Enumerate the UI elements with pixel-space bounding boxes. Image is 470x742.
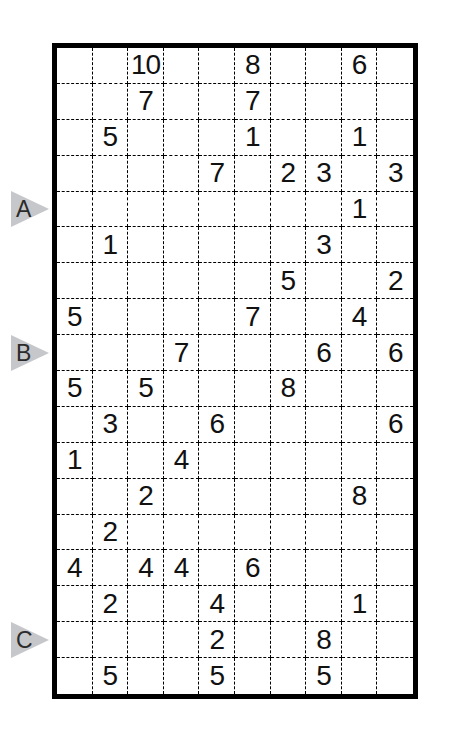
cell-r13c4[interactable] xyxy=(164,479,200,515)
cell-r13c7[interactable] xyxy=(271,479,307,515)
cell-r9c10[interactable]: 6 xyxy=(377,335,413,371)
cell-r13c5[interactable] xyxy=(199,479,235,515)
cell-r16c5[interactable]: 4 xyxy=(199,586,235,622)
cell-r12c6[interactable] xyxy=(235,443,271,479)
cell-r18c1[interactable] xyxy=(57,658,93,694)
cell-r9c8[interactable]: 6 xyxy=(306,335,342,371)
cell-r13c3[interactable]: 2 xyxy=(128,479,164,515)
cell-r8c6[interactable]: 7 xyxy=(235,299,271,335)
cell-r13c2[interactable] xyxy=(93,479,129,515)
cell-r5c10[interactable] xyxy=(377,192,413,228)
cell-r2c4[interactable] xyxy=(164,84,200,120)
cell-r4c9[interactable] xyxy=(342,156,378,192)
cell-r4c4[interactable] xyxy=(164,156,200,192)
cell-r11c6[interactable] xyxy=(235,407,271,443)
cell-r11c3[interactable] xyxy=(128,407,164,443)
cell-r12c7[interactable] xyxy=(271,443,307,479)
cell-r9c4[interactable]: 7 xyxy=(164,335,200,371)
cell-r16c7[interactable] xyxy=(271,586,307,622)
cell-r13c8[interactable] xyxy=(306,479,342,515)
cell-r10c9[interactable] xyxy=(342,371,378,407)
cell-r12c2[interactable] xyxy=(93,443,129,479)
cell-r5c3[interactable] xyxy=(128,192,164,228)
cell-r6c9[interactable] xyxy=(342,227,378,263)
cell-r18c9[interactable] xyxy=(342,658,378,694)
cell-r6c10[interactable] xyxy=(377,227,413,263)
row-marker-a: A xyxy=(11,191,49,227)
cell-r6c5[interactable] xyxy=(199,227,235,263)
cell-r14c6[interactable] xyxy=(235,515,271,551)
cell-r16c3[interactable] xyxy=(128,586,164,622)
cell-r4c5[interactable]: 7 xyxy=(199,156,235,192)
cell-r10c4[interactable] xyxy=(164,371,200,407)
cell-r12c5[interactable] xyxy=(199,443,235,479)
cell-r7c4[interactable] xyxy=(164,263,200,299)
cell-r4c2[interactable] xyxy=(93,156,129,192)
cell-r18c3[interactable] xyxy=(128,658,164,694)
cell-r2c6[interactable]: 7 xyxy=(235,84,271,120)
cell-r3c4[interactable] xyxy=(164,120,200,156)
cell-r10c7[interactable]: 8 xyxy=(271,371,307,407)
cell-r8c8[interactable] xyxy=(306,299,342,335)
cell-r14c8[interactable] xyxy=(306,515,342,551)
cell-r5c7[interactable] xyxy=(271,192,307,228)
cell-r17c8[interactable]: 8 xyxy=(306,622,342,658)
cell-r4c1[interactable] xyxy=(57,156,93,192)
cell-r6c6[interactable] xyxy=(235,227,271,263)
row-marker-b: B xyxy=(11,335,49,371)
cell-r3c1[interactable] xyxy=(57,120,93,156)
cell-r15c1[interactable]: 4 xyxy=(57,550,93,586)
cell-r8c3[interactable] xyxy=(128,299,164,335)
cell-r12c8[interactable] xyxy=(306,443,342,479)
cell-r17c4[interactable] xyxy=(164,622,200,658)
cell-r8c9[interactable]: 4 xyxy=(342,299,378,335)
cell-r16c9[interactable]: 1 xyxy=(342,586,378,622)
cell-r3c7[interactable] xyxy=(271,120,307,156)
cell-r11c10[interactable]: 6 xyxy=(377,407,413,443)
cell-r15c6[interactable]: 6 xyxy=(235,550,271,586)
cell-r7c10[interactable]: 2 xyxy=(377,263,413,299)
cell-r14c2[interactable]: 2 xyxy=(93,515,129,551)
cell-r12c4[interactable]: 4 xyxy=(164,443,200,479)
cell-r1c2[interactable] xyxy=(93,48,129,84)
cell-r18c8[interactable]: 5 xyxy=(306,658,342,694)
cell-r1c1[interactable] xyxy=(57,48,93,84)
cell-r4c3[interactable] xyxy=(128,156,164,192)
cell-r11c7[interactable] xyxy=(271,407,307,443)
cell-r5c4[interactable] xyxy=(164,192,200,228)
cell-r15c7[interactable] xyxy=(271,550,307,586)
cell-r10c3[interactable]: 5 xyxy=(128,371,164,407)
cell-r5c5[interactable] xyxy=(199,192,235,228)
cell-r12c3[interactable] xyxy=(128,443,164,479)
cell-r15c8[interactable] xyxy=(306,550,342,586)
cell-r11c9[interactable] xyxy=(342,407,378,443)
cell-r14c4[interactable] xyxy=(164,515,200,551)
cell-r14c1[interactable] xyxy=(57,515,93,551)
row-marker-c-label: C xyxy=(16,622,33,658)
cell-r4c8[interactable]: 3 xyxy=(306,156,342,192)
cell-r15c10[interactable] xyxy=(377,550,413,586)
cell-r14c7[interactable] xyxy=(271,515,307,551)
cell-r18c2[interactable]: 5 xyxy=(93,658,129,694)
cell-r18c7[interactable] xyxy=(271,658,307,694)
cell-r2c2[interactable] xyxy=(93,84,129,120)
cell-r9c6[interactable] xyxy=(235,335,271,371)
cell-r5c2[interactable] xyxy=(93,192,129,228)
cell-r10c10[interactable] xyxy=(377,371,413,407)
cell-r3c5[interactable] xyxy=(199,120,235,156)
cell-r7c8[interactable] xyxy=(306,263,342,299)
cell-r1c8[interactable] xyxy=(306,48,342,84)
cell-r1c9[interactable]: 6 xyxy=(342,48,378,84)
cell-r1c5[interactable] xyxy=(199,48,235,84)
cell-r10c6[interactable] xyxy=(235,371,271,407)
cell-r3c10[interactable] xyxy=(377,120,413,156)
cell-r18c5[interactable]: 5 xyxy=(199,658,235,694)
cell-r6c2[interactable]: 1 xyxy=(93,227,129,263)
row-marker-a-label: A xyxy=(16,191,31,227)
cell-r18c10[interactable] xyxy=(377,658,413,694)
cell-r7c6[interactable] xyxy=(235,263,271,299)
cell-r9c1[interactable] xyxy=(57,335,93,371)
cell-r15c9[interactable] xyxy=(342,550,378,586)
cell-r10c8[interactable] xyxy=(306,371,342,407)
cell-r10c2[interactable] xyxy=(93,371,129,407)
cell-r1c7[interactable] xyxy=(271,48,307,84)
cell-r12c9[interactable] xyxy=(342,443,378,479)
cell-r16c6[interactable] xyxy=(235,586,271,622)
cell-r8c1[interactable]: 5 xyxy=(57,299,93,335)
cell-r6c4[interactable] xyxy=(164,227,200,263)
cell-r16c2[interactable]: 2 xyxy=(93,586,129,622)
cell-r13c6[interactable] xyxy=(235,479,271,515)
cell-r2c8[interactable] xyxy=(306,84,342,120)
cell-r18c6[interactable] xyxy=(235,658,271,694)
cell-r16c1[interactable] xyxy=(57,586,93,622)
cell-r17c6[interactable] xyxy=(235,622,271,658)
cell-r6c1[interactable] xyxy=(57,227,93,263)
cell-r8c7[interactable] xyxy=(271,299,307,335)
cell-r8c4[interactable] xyxy=(164,299,200,335)
cell-r14c9[interactable] xyxy=(342,515,378,551)
cell-r4c7[interactable]: 2 xyxy=(271,156,307,192)
cell-r7c3[interactable] xyxy=(128,263,164,299)
cell-r5c9[interactable]: 1 xyxy=(342,192,378,228)
cell-r13c9[interactable]: 8 xyxy=(342,479,378,515)
cell-r18c4[interactable] xyxy=(164,658,200,694)
cell-r15c3[interactable]: 4 xyxy=(128,550,164,586)
cell-r6c7[interactable] xyxy=(271,227,307,263)
cell-r3c2[interactable]: 5 xyxy=(93,120,129,156)
cell-r2c10[interactable] xyxy=(377,84,413,120)
cell-r2c9[interactable] xyxy=(342,84,378,120)
cell-r3c8[interactable] xyxy=(306,120,342,156)
cell-r3c3[interactable] xyxy=(128,120,164,156)
row-marker-c: C xyxy=(11,622,49,658)
cell-r11c4[interactable] xyxy=(164,407,200,443)
cell-r9c5[interactable] xyxy=(199,335,235,371)
cell-r5c8[interactable] xyxy=(306,192,342,228)
cell-r12c1[interactable]: 1 xyxy=(57,443,93,479)
cell-r14c5[interactable] xyxy=(199,515,235,551)
cell-r10c1[interactable]: 5 xyxy=(57,371,93,407)
cell-r8c5[interactable] xyxy=(199,299,235,335)
cell-r6c8[interactable]: 3 xyxy=(306,227,342,263)
cell-r1c4[interactable] xyxy=(164,48,200,84)
row-marker-b-label: B xyxy=(16,335,31,371)
cell-r7c7[interactable]: 5 xyxy=(271,263,307,299)
cell-r16c10[interactable] xyxy=(377,586,413,622)
cell-r14c3[interactable] xyxy=(128,515,164,551)
cell-r8c2[interactable] xyxy=(93,299,129,335)
cell-r11c8[interactable] xyxy=(306,407,342,443)
cell-r15c5[interactable] xyxy=(199,550,235,586)
cell-r7c1[interactable] xyxy=(57,263,93,299)
cell-r17c2[interactable] xyxy=(93,622,129,658)
cell-r9c7[interactable] xyxy=(271,335,307,371)
cell-r11c2[interactable]: 3 xyxy=(93,407,129,443)
cell-r8c10[interactable] xyxy=(377,299,413,335)
cell-r5c6[interactable] xyxy=(235,192,271,228)
cell-r6c3[interactable] xyxy=(128,227,164,263)
cell-r4c6[interactable] xyxy=(235,156,271,192)
cell-r2c5[interactable] xyxy=(199,84,235,120)
cell-r10c5[interactable] xyxy=(199,371,235,407)
cell-r12c10[interactable] xyxy=(377,443,413,479)
cell-r5c1[interactable] xyxy=(57,192,93,228)
cell-r17c7[interactable] xyxy=(271,622,307,658)
cell-r1c6[interactable]: 8 xyxy=(235,48,271,84)
cell-r13c10[interactable] xyxy=(377,479,413,515)
cell-r4c10[interactable]: 3 xyxy=(377,156,413,192)
cell-r9c3[interactable] xyxy=(128,335,164,371)
cell-r3c9[interactable]: 1 xyxy=(342,120,378,156)
cell-r9c2[interactable] xyxy=(93,335,129,371)
cell-r7c9[interactable] xyxy=(342,263,378,299)
cell-r11c5[interactable]: 6 xyxy=(199,407,235,443)
cell-r15c2[interactable] xyxy=(93,550,129,586)
cell-r1c10[interactable] xyxy=(377,48,413,84)
cell-r1c3[interactable]: 10 xyxy=(128,48,164,84)
cell-r14c10[interactable] xyxy=(377,515,413,551)
cell-r2c3[interactable]: 7 xyxy=(128,84,164,120)
cell-r17c9[interactable] xyxy=(342,622,378,658)
cell-r16c4[interactable] xyxy=(164,586,200,622)
cell-r17c10[interactable] xyxy=(377,622,413,658)
cell-r3c6[interactable]: 1 xyxy=(235,120,271,156)
cell-r16c8[interactable] xyxy=(306,586,342,622)
cell-r9c9[interactable] xyxy=(342,335,378,371)
puzzle-board: 1086775117233113525747665583661428244462… xyxy=(52,43,418,699)
cell-r2c1[interactable] xyxy=(57,84,93,120)
cell-r2c7[interactable] xyxy=(271,84,307,120)
cell-r7c5[interactable] xyxy=(199,263,235,299)
cell-r15c4[interactable]: 4 xyxy=(164,550,200,586)
cell-r17c1[interactable] xyxy=(57,622,93,658)
fillomino-puzzle-page: A B C 1086775117233113525747665583661428… xyxy=(0,0,470,742)
cell-r17c3[interactable] xyxy=(128,622,164,658)
cell-r17c5[interactable]: 2 xyxy=(199,622,235,658)
cell-r13c1[interactable] xyxy=(57,479,93,515)
cell-r11c1[interactable] xyxy=(57,407,93,443)
cell-r7c2[interactable] xyxy=(93,263,129,299)
